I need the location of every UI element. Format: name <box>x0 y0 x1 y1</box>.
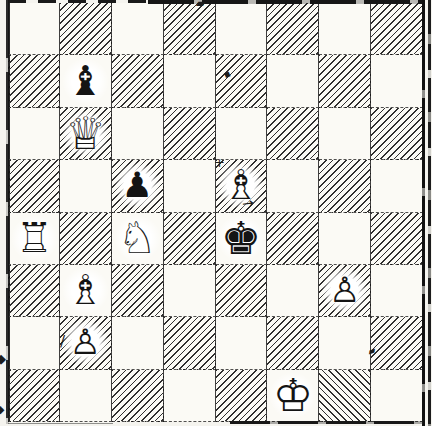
black-pawn-glyph: ♟ <box>114 162 161 209</box>
edge-blob-left-1: ◆ <box>0 352 6 365</box>
black-king-glyph: ♚ <box>217 215 264 262</box>
square-f6 <box>267 108 319 160</box>
square-d2 <box>164 317 216 369</box>
square-h2 <box>371 317 423 369</box>
edge-blob-left-2: ◆ <box>0 404 4 415</box>
square-a3 <box>8 265 60 317</box>
white-queen-glyph: ♕ <box>62 110 109 157</box>
square-b5 <box>60 160 112 212</box>
square-d3 <box>164 265 216 317</box>
piece-white-knight-c4: ♘ <box>112 213 163 264</box>
white-knight-glyph: ♘ <box>114 215 161 262</box>
piece-white-pawn-b2: ♙ <box>60 317 111 368</box>
square-d1 <box>164 370 216 422</box>
square-c6 <box>112 108 164 160</box>
square-f3 <box>267 265 319 317</box>
square-a1 <box>8 370 60 422</box>
piece-white-queen-b6: ♕ <box>60 108 111 159</box>
square-g3: ♙ <box>319 265 371 317</box>
tick-mark-b2: ∕ <box>60 334 65 349</box>
square-b6: ♕ <box>60 108 112 160</box>
square-c7 <box>112 55 164 107</box>
square-e7 <box>216 55 268 107</box>
square-a2 <box>8 317 60 369</box>
square-h3 <box>371 265 423 317</box>
square-a4: ♖ <box>8 213 60 265</box>
square-e1 <box>216 370 268 422</box>
square-f2 <box>267 317 319 369</box>
square-d6 <box>164 108 216 160</box>
square-c2 <box>112 317 164 369</box>
square-e4: ♚ <box>216 213 268 265</box>
square-g1 <box>319 370 371 422</box>
piece-white-bishop-b3: ♗ <box>60 265 111 316</box>
piece-white-king-f1: ♔ <box>267 370 318 421</box>
black-bishop-glyph: ♝ <box>62 58 109 105</box>
square-b2: ♙ <box>60 317 112 369</box>
square-a7 <box>8 55 60 107</box>
square-f7 <box>267 55 319 107</box>
square-d7 <box>164 55 216 107</box>
square-h6 <box>371 108 423 160</box>
piece-white-pawn-g3: ♙ <box>319 265 370 316</box>
square-d4 <box>164 213 216 265</box>
square-e8 <box>216 3 268 55</box>
square-g8 <box>319 3 371 55</box>
scanned-newspaper-chess-diagram: ♝♕♟♗♖♘♚♗♙♙♔ +→∕◆▰◆◆▰ <box>0 0 432 426</box>
square-f1: ♔ <box>267 370 319 422</box>
piece-white-rook-a4: ♖ <box>10 213 59 264</box>
square-b3: ♗ <box>60 265 112 317</box>
square-g7 <box>319 55 371 107</box>
square-h7 <box>371 55 423 107</box>
square-c8 <box>112 3 164 55</box>
square-c1 <box>112 370 164 422</box>
square-a5 <box>8 160 60 212</box>
square-h4 <box>371 213 423 265</box>
square-b8 <box>60 3 112 55</box>
board-bottom-border-left <box>8 423 113 425</box>
square-f5 <box>267 160 319 212</box>
square-d5 <box>164 160 216 212</box>
square-e3 <box>216 265 268 317</box>
white-bishop-glyph: ♗ <box>62 267 109 314</box>
chess-board: ♝♕♟♗♖♘♚♗♙♙♔ <box>8 3 423 422</box>
square-g5 <box>319 160 371 212</box>
piece-black-bishop-b7: ♝ <box>60 55 111 106</box>
square-g6 <box>319 108 371 160</box>
square-c5: ♟ <box>112 160 164 212</box>
square-b1 <box>60 370 112 422</box>
square-b7: ♝ <box>60 55 112 107</box>
square-c3 <box>112 265 164 317</box>
square-e2 <box>216 317 268 369</box>
piece-black-king-e4: ♚ <box>216 213 267 264</box>
white-pawn-glyph: ♙ <box>321 267 368 314</box>
square-d8 <box>164 3 216 55</box>
square-b4 <box>60 213 112 265</box>
square-h5 <box>371 160 423 212</box>
white-pawn-glyph: ♙ <box>62 319 109 366</box>
square-f4 <box>267 213 319 265</box>
square-g4 <box>319 213 371 265</box>
square-c4: ♘ <box>112 213 164 265</box>
square-a8 <box>8 3 60 55</box>
square-g2 <box>319 317 371 369</box>
piece-black-pawn-c5: ♟ <box>112 160 163 211</box>
white-rook-glyph: ♖ <box>11 215 58 262</box>
square-h8 <box>371 3 423 55</box>
square-e6 <box>216 108 268 160</box>
square-h1 <box>371 370 423 422</box>
square-a6 <box>8 108 60 160</box>
page-right-edge-line <box>428 0 431 426</box>
square-f8 <box>267 3 319 55</box>
top-ink-segment: ▰ <box>196 0 205 9</box>
arrow-mark-e5: → <box>241 195 255 210</box>
plus-mark-e5: + <box>214 156 225 169</box>
white-king-glyph: ♔ <box>269 372 316 419</box>
